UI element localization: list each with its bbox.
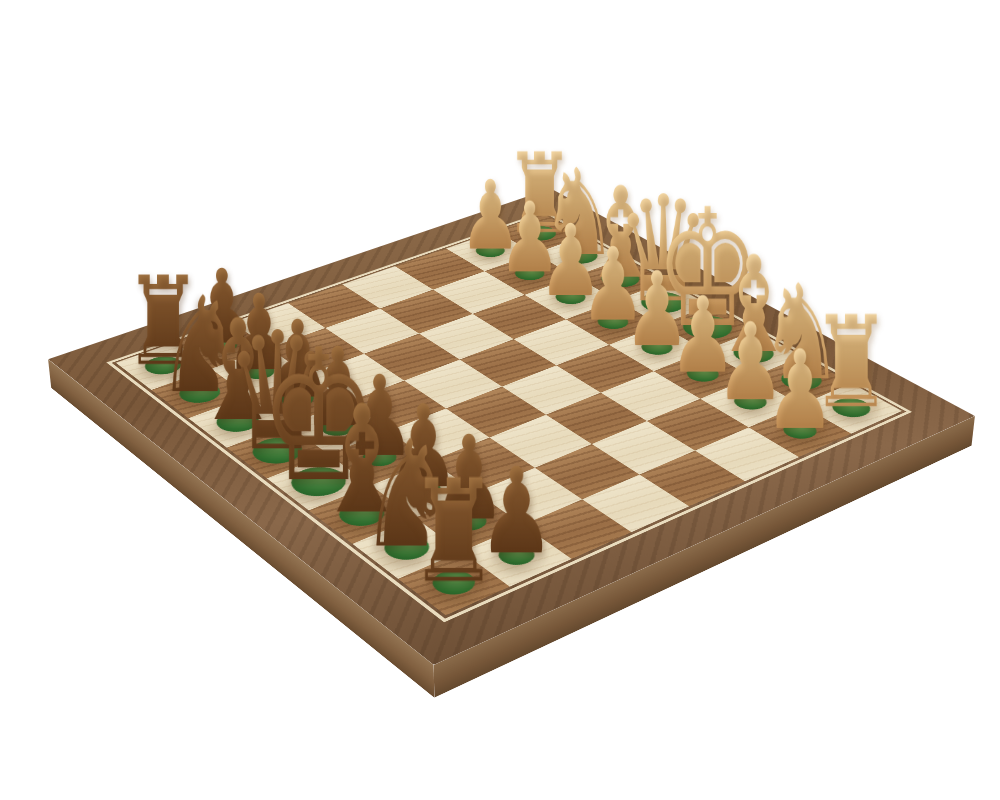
chess-board: ♜♞♝♛♚♝♞♜♟♟♟♟♟♟♟♟♟♟♟♟♟♟♟♟♜♞♝♛♚♝♞♜ <box>48 189 975 666</box>
white-pawn-glyph: ♟ <box>765 336 836 445</box>
black-rook-glyph: ♜ <box>408 461 499 603</box>
photo-stage: Wooden chess set in the starting positio… <box>0 0 1000 800</box>
